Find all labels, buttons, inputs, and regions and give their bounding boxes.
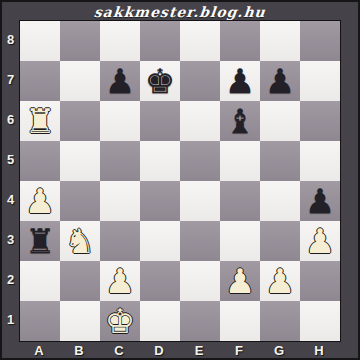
square-h3[interactable]: ♟ <box>300 221 340 261</box>
square-e4[interactable] <box>180 181 220 221</box>
square-d3[interactable] <box>140 221 180 261</box>
square-h7[interactable] <box>300 61 340 101</box>
piece-white-pawn-f2[interactable]: ♟ <box>225 261 255 301</box>
square-a3[interactable]: ♜ <box>20 221 60 261</box>
square-e6[interactable] <box>180 101 220 141</box>
square-c5[interactable] <box>100 141 140 181</box>
square-h8[interactable] <box>300 21 340 61</box>
file-label-h: H <box>299 341 339 360</box>
piece-white-pawn-c2[interactable]: ♟ <box>105 261 135 301</box>
square-e7[interactable] <box>180 61 220 101</box>
file-label-c: C <box>99 341 139 360</box>
square-c2[interactable]: ♟ <box>100 261 140 301</box>
piece-black-king-d7[interactable]: ♚ <box>145 61 175 101</box>
square-g1[interactable] <box>260 301 300 341</box>
square-g2[interactable]: ♟ <box>260 261 300 301</box>
square-d2[interactable] <box>140 261 180 301</box>
file-label-f: F <box>219 341 259 360</box>
square-e1[interactable] <box>180 301 220 341</box>
square-h1[interactable] <box>300 301 340 341</box>
square-e2[interactable] <box>180 261 220 301</box>
square-e5[interactable] <box>180 141 220 181</box>
rank-label-6: 6 <box>2 100 19 140</box>
rank-label-8: 8 <box>2 20 19 60</box>
square-c3[interactable] <box>100 221 140 261</box>
square-g6[interactable] <box>260 101 300 141</box>
square-f5[interactable] <box>220 141 260 181</box>
chess-board: ♟♚♟♟♜♝♟♟♜♞♟♟♟♟♚ <box>19 20 341 342</box>
square-e3[interactable] <box>180 221 220 261</box>
site-title: sakkmester.blog.hu <box>93 4 266 20</box>
square-e8[interactable] <box>180 21 220 61</box>
square-d1[interactable] <box>140 301 180 341</box>
square-c6[interactable] <box>100 101 140 141</box>
piece-black-pawn-g7[interactable]: ♟ <box>265 61 295 101</box>
square-c7[interactable]: ♟ <box>100 61 140 101</box>
square-f7[interactable]: ♟ <box>220 61 260 101</box>
piece-white-knight-b3[interactable]: ♞ <box>65 221 95 261</box>
square-b3[interactable]: ♞ <box>60 221 100 261</box>
square-g8[interactable] <box>260 21 300 61</box>
square-d5[interactable] <box>140 141 180 181</box>
square-f4[interactable] <box>220 181 260 221</box>
piece-black-pawn-c7[interactable]: ♟ <box>105 61 135 101</box>
rank-label-1: 1 <box>2 300 19 340</box>
square-c1[interactable]: ♚ <box>100 301 140 341</box>
square-b6[interactable] <box>60 101 100 141</box>
square-b7[interactable] <box>60 61 100 101</box>
square-f2[interactable]: ♟ <box>220 261 260 301</box>
square-a8[interactable] <box>20 21 60 61</box>
square-a2[interactable] <box>20 261 60 301</box>
rank-label-7: 7 <box>2 60 19 100</box>
square-f8[interactable] <box>220 21 260 61</box>
square-d6[interactable] <box>140 101 180 141</box>
piece-black-bishop-f6[interactable]: ♝ <box>225 101 255 141</box>
square-f6[interactable]: ♝ <box>220 101 260 141</box>
rank-labels: 87654321 <box>2 20 19 340</box>
square-f3[interactable] <box>220 221 260 261</box>
square-h4[interactable]: ♟ <box>300 181 340 221</box>
square-h2[interactable] <box>300 261 340 301</box>
rank-label-2: 2 <box>2 260 19 300</box>
square-b4[interactable] <box>60 181 100 221</box>
square-d8[interactable] <box>140 21 180 61</box>
piece-black-rook-a3[interactable]: ♜ <box>25 221 55 261</box>
piece-white-rook-a6[interactable]: ♜ <box>25 101 55 141</box>
file-label-e: E <box>179 341 219 360</box>
piece-white-king-c1[interactable]: ♚ <box>105 301 135 341</box>
square-a7[interactable] <box>20 61 60 101</box>
square-f1[interactable] <box>220 301 260 341</box>
square-g4[interactable] <box>260 181 300 221</box>
square-g5[interactable] <box>260 141 300 181</box>
square-g7[interactable]: ♟ <box>260 61 300 101</box>
square-b1[interactable] <box>60 301 100 341</box>
piece-white-pawn-a4[interactable]: ♟ <box>25 181 55 221</box>
rank-label-4: 4 <box>2 180 19 220</box>
rank-label-3: 3 <box>2 220 19 260</box>
file-label-d: D <box>139 341 179 360</box>
file-labels: ABCDEFGH <box>19 341 339 360</box>
square-c8[interactable] <box>100 21 140 61</box>
square-h6[interactable] <box>300 101 340 141</box>
piece-white-pawn-g2[interactable]: ♟ <box>265 261 295 301</box>
square-a6[interactable]: ♜ <box>20 101 60 141</box>
square-d7[interactable]: ♚ <box>140 61 180 101</box>
file-label-a: A <box>19 341 59 360</box>
square-h5[interactable] <box>300 141 340 181</box>
square-c4[interactable] <box>100 181 140 221</box>
square-b5[interactable] <box>60 141 100 181</box>
title-bar: sakkmester.blog.hu <box>2 2 358 21</box>
square-b8[interactable] <box>60 21 100 61</box>
square-a1[interactable] <box>20 301 60 341</box>
file-label-b: B <box>59 341 99 360</box>
piece-white-pawn-h3[interactable]: ♟ <box>305 221 335 261</box>
diagram-frame: sakkmester.blog.hu 87654321 ♟♚♟♟♜♝♟♟♜♞♟♟… <box>0 0 360 360</box>
square-b2[interactable] <box>60 261 100 301</box>
square-a4[interactable]: ♟ <box>20 181 60 221</box>
square-a5[interactable] <box>20 141 60 181</box>
square-d4[interactable] <box>140 181 180 221</box>
piece-black-pawn-f7[interactable]: ♟ <box>225 61 255 101</box>
rank-label-5: 5 <box>2 140 19 180</box>
square-g3[interactable] <box>260 221 300 261</box>
file-label-g: G <box>259 341 299 360</box>
piece-black-pawn-h4[interactable]: ♟ <box>305 181 335 221</box>
